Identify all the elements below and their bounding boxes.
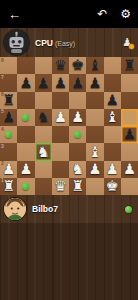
square-g2[interactable]: ♟	[104, 161, 121, 178]
white-queen-d1[interactable]: ♛	[54, 179, 67, 194]
black-rook-a6[interactable]: ♜	[2, 93, 15, 108]
white-pawn-b2[interactable]: ♟	[19, 162, 32, 177]
black-pawn-f7[interactable]: ♟	[88, 76, 101, 91]
black-pawn-h4[interactable]: ♟	[123, 127, 136, 142]
square-g3[interactable]	[104, 143, 121, 160]
square-e2[interactable]: ♞	[69, 161, 86, 178]
square-d7[interactable]: ♟	[52, 74, 69, 91]
captured-count-badge	[129, 44, 134, 49]
square-b6[interactable]	[17, 92, 34, 109]
legal-move-dot-b1[interactable]	[22, 183, 29, 190]
square-e4[interactable]	[69, 126, 86, 143]
square-e1[interactable]: ♜	[69, 178, 86, 195]
white-rook-a1[interactable]: ♜	[2, 179, 15, 194]
square-g8[interactable]	[104, 57, 121, 74]
square-e3[interactable]	[69, 143, 86, 160]
square-d3[interactable]	[52, 143, 69, 160]
square-h3[interactable]	[121, 143, 138, 160]
square-e5[interactable]: ♟	[69, 109, 86, 126]
square-f6[interactable]	[86, 92, 103, 109]
white-pawn-g2[interactable]: ♟	[106, 162, 119, 177]
user-avatar	[4, 198, 26, 220]
cpu-player-row: CPU(Easy) ♟	[0, 28, 138, 57]
square-d2[interactable]	[52, 161, 69, 178]
legal-move-dot-e4[interactable]	[74, 131, 81, 138]
legal-move-dot-a4[interactable]	[5, 131, 12, 138]
undo-move-icon[interactable]: ↶	[97, 7, 107, 21]
black-pawn-b7[interactable]: ♟	[19, 76, 32, 91]
white-pawn-h2[interactable]: ♟	[123, 162, 136, 177]
square-c7[interactable]: ♟	[35, 74, 52, 91]
square-f8[interactable]: ♝	[86, 57, 103, 74]
square-c1[interactable]	[35, 178, 52, 195]
square-a8[interactable]: 8	[0, 57, 17, 74]
square-c3[interactable]: ♞	[35, 143, 52, 160]
square-h6[interactable]	[121, 92, 138, 109]
square-h4[interactable]: ♟	[121, 126, 138, 143]
square-e6[interactable]	[69, 92, 86, 109]
square-d8[interactable]: ♛	[52, 57, 69, 74]
square-g4[interactable]	[104, 126, 121, 143]
white-bishop-g5[interactable]: ♝	[106, 110, 119, 125]
square-b7[interactable]: ♟	[17, 74, 34, 91]
square-c6[interactable]	[35, 92, 52, 109]
square-c4[interactable]	[35, 126, 52, 143]
chess-app-screen: ← ↶ ⚙ CPU(Easy) ♟ 8♛♚♝♜7♟♟♟♟♟6♜♟5	[0, 0, 138, 300]
rank-label-8: 8	[1, 58, 4, 63]
rank-label-7: 7	[1, 75, 4, 80]
square-f3[interactable]: ♝	[86, 143, 103, 160]
square-g6[interactable]: ♟	[104, 92, 121, 109]
square-h5[interactable]	[121, 109, 138, 126]
square-f7[interactable]: ♟	[86, 74, 103, 91]
square-f1[interactable]	[86, 178, 103, 195]
square-f5[interactable]	[86, 109, 103, 126]
square-h2[interactable]: ♟	[121, 161, 138, 178]
black-pawn-e7[interactable]: ♟	[71, 76, 84, 91]
square-c2[interactable]	[35, 161, 52, 178]
square-a5[interactable]: 5♟	[0, 109, 17, 126]
rank-label-3: 3	[1, 144, 4, 149]
black-pawn-d7[interactable]: ♟	[54, 76, 67, 91]
square-b1[interactable]	[17, 178, 34, 195]
square-h8[interactable]: ♜	[121, 57, 138, 74]
square-b5[interactable]	[17, 109, 34, 126]
cpu-difficulty-label: (Easy)	[55, 40, 75, 47]
black-bishop-f8[interactable]: ♝	[88, 58, 101, 73]
square-b4[interactable]	[17, 126, 34, 143]
square-b8[interactable]	[17, 57, 34, 74]
black-pawn-c7[interactable]: ♟	[37, 76, 50, 91]
white-king-g1[interactable]: ♚	[106, 179, 119, 194]
square-a1[interactable]: 1♜	[0, 178, 17, 195]
black-king-e8[interactable]: ♚	[71, 58, 84, 73]
square-f2[interactable]: ♟	[86, 161, 103, 178]
square-h1[interactable]	[121, 178, 138, 195]
square-g7[interactable]	[104, 74, 121, 91]
back-icon[interactable]: ←	[8, 8, 21, 21]
top-bar: ← ↶ ⚙	[0, 0, 138, 28]
square-g1[interactable]: ♚	[104, 178, 121, 195]
white-knight-c3[interactable]: ♞	[37, 145, 50, 160]
square-b2[interactable]: ♟	[17, 161, 34, 178]
white-rook-e1[interactable]: ♜	[71, 179, 84, 194]
square-c5[interactable]: ♞	[35, 109, 52, 126]
square-d6[interactable]	[52, 92, 69, 109]
legal-move-dot-b5[interactable]	[22, 114, 29, 121]
black-knight-c5[interactable]: ♞	[37, 110, 50, 125]
white-pawn-e5[interactable]: ♟	[71, 110, 84, 125]
white-pawn-a2[interactable]: ♟	[2, 162, 15, 177]
black-pawn-a5[interactable]: ♟	[2, 110, 15, 125]
cpu-player-name: CPU(Easy)	[35, 38, 75, 48]
square-d4[interactable]	[52, 126, 69, 143]
settings-gear-icon[interactable]: ⚙	[120, 7, 131, 21]
white-pawn-f2[interactable]: ♟	[88, 162, 101, 177]
cpu-captured-tray: ♟	[122, 37, 132, 48]
square-e7[interactable]: ♟	[69, 74, 86, 91]
square-d1[interactable]: ♛	[52, 178, 69, 195]
bottom-wood-panel	[0, 223, 138, 300]
square-h7[interactable]	[121, 74, 138, 91]
cpu-robot-avatar	[4, 30, 29, 55]
square-e8[interactable]: ♚	[69, 57, 86, 74]
white-knight-e2[interactable]: ♞	[71, 162, 84, 177]
square-a6[interactable]: 6♜	[0, 92, 17, 109]
user-player-row: Bilbo7	[0, 195, 138, 223]
square-f4[interactable]	[86, 126, 103, 143]
black-rook-h8[interactable]: ♜	[123, 58, 136, 73]
square-a3[interactable]: 3	[0, 143, 17, 160]
rank-label-4: 4	[1, 127, 4, 132]
black-queen-d8[interactable]: ♛	[54, 58, 67, 73]
square-a7[interactable]: 7	[0, 74, 17, 91]
white-pawn-d5[interactable]: ♟	[54, 110, 67, 125]
square-a4[interactable]: 4	[0, 126, 17, 143]
turn-indicator-dot	[125, 206, 132, 213]
black-pawn-g6[interactable]: ♟	[106, 93, 119, 108]
square-g5[interactable]: ♝	[104, 109, 121, 126]
square-c8[interactable]	[35, 57, 52, 74]
white-bishop-f3[interactable]: ♝	[88, 145, 101, 160]
square-a2[interactable]: 2♟	[0, 161, 17, 178]
user-player-name: Bilbo7	[32, 204, 58, 214]
square-d5[interactable]: ♟	[52, 109, 69, 126]
chess-board[interactable]: 8♛♚♝♜7♟♟♟♟♟6♜♟5♟♞♟♟♝4♟3♞♝2♟♟♞♟♟♟1♜♛♜♚	[0, 57, 138, 195]
square-b3[interactable]	[17, 143, 34, 160]
